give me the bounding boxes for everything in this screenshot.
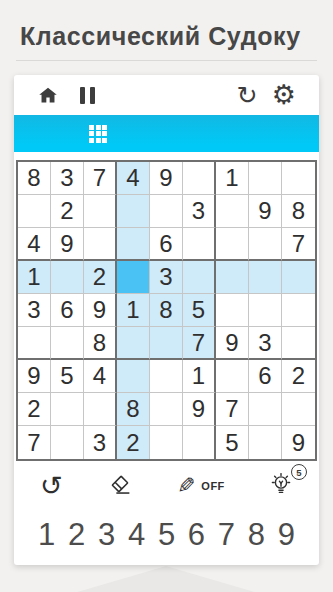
game-card: ↻ ⚙ 837491239849671233691858793954162289…	[14, 75, 319, 565]
pencil-icon: ✎	[177, 475, 195, 497]
cell-r3c8[interactable]	[249, 228, 282, 261]
cell-r7c9[interactable]: 2	[282, 360, 315, 393]
home-button[interactable]	[37, 85, 59, 106]
cell-r5c3[interactable]: 9	[84, 294, 117, 327]
pause-button[interactable]	[80, 87, 95, 104]
cell-r7c2[interactable]: 5	[51, 360, 84, 393]
cell-r3c4[interactable]	[117, 228, 150, 261]
numpad-5[interactable]: 5	[158, 519, 175, 550]
pencil-state-label: OFF	[201, 480, 225, 492]
cell-r1c6[interactable]	[183, 162, 216, 195]
cell-r3c6[interactable]	[183, 228, 216, 261]
board-accent-bar	[14, 115, 319, 152]
cell-r3c3[interactable]	[84, 228, 117, 261]
numpad-9[interactable]: 9	[278, 519, 295, 550]
cell-r8c2[interactable]	[51, 393, 84, 426]
cell-r4c4[interactable]	[117, 261, 150, 294]
cell-r3c1[interactable]: 4	[18, 228, 51, 261]
cell-r3c5[interactable]: 6	[150, 228, 183, 261]
page-title: Классический Судоку	[20, 22, 301, 51]
eraser-icon	[107, 472, 133, 501]
cell-r4c8[interactable]	[249, 261, 282, 294]
eraser-button[interactable]	[107, 472, 133, 501]
cell-r6c6[interactable]: 7	[183, 327, 216, 360]
cell-r8c3[interactable]	[84, 393, 117, 426]
numpad-8[interactable]: 8	[248, 519, 265, 550]
header-divider	[16, 60, 317, 61]
cell-r8c5[interactable]	[150, 393, 183, 426]
cell-r4c1[interactable]: 1	[18, 261, 51, 294]
cell-r4c6[interactable]	[183, 261, 216, 294]
cell-r7c7[interactable]	[216, 360, 249, 393]
pencil-notes-toggle[interactable]: ✎ OFF	[177, 475, 225, 497]
cell-r4c7[interactable]	[216, 261, 249, 294]
cell-r1c3[interactable]: 7	[84, 162, 117, 195]
cell-r6c8[interactable]: 3	[249, 327, 282, 360]
cell-r7c1[interactable]: 9	[18, 360, 51, 393]
cell-r9c1[interactable]: 7	[18, 426, 51, 459]
cell-r4c9[interactable]	[282, 261, 315, 294]
cell-r9c3[interactable]: 3	[84, 426, 117, 459]
cell-r9c4[interactable]: 2	[117, 426, 150, 459]
cell-r2c3[interactable]	[84, 195, 117, 228]
numpad: 123456789	[14, 511, 319, 557]
settings-button[interactable]: ⚙	[258, 82, 296, 109]
background-diamond-watermark	[16, 566, 316, 592]
cell-r2c2[interactable]: 2	[51, 195, 84, 228]
cell-r7c4[interactable]	[117, 360, 150, 393]
cell-r7c3[interactable]: 4	[84, 360, 117, 393]
cell-r5c9[interactable]	[282, 294, 315, 327]
cell-r1c7[interactable]: 1	[216, 162, 249, 195]
undo-arrow-icon: ↺	[40, 473, 63, 500]
cell-r6c1[interactable]	[18, 327, 51, 360]
cell-r4c2[interactable]	[51, 261, 84, 294]
cell-r6c9[interactable]	[282, 327, 315, 360]
cell-r8c4[interactable]: 8	[117, 393, 150, 426]
cell-r2c7[interactable]	[216, 195, 249, 228]
pause-icon	[80, 87, 95, 104]
cell-r6c7[interactable]: 9	[216, 327, 249, 360]
cell-r8c1[interactable]: 2	[18, 393, 51, 426]
numpad-2[interactable]: 2	[68, 519, 85, 550]
cell-r9c8[interactable]	[249, 426, 282, 459]
cell-r8c6[interactable]: 9	[183, 393, 216, 426]
grid-wrapper: 8374912398496712336918587939541622897732…	[14, 152, 319, 461]
controls-row: ↺ ✎ OFF	[14, 463, 319, 509]
cell-r1c2[interactable]: 3	[51, 162, 84, 195]
app-screen: Классический Судоку ↻ ⚙	[0, 0, 333, 592]
cell-r7c8[interactable]: 6	[249, 360, 282, 393]
cell-r7c5[interactable]	[150, 360, 183, 393]
cell-r2c1[interactable]	[18, 195, 51, 228]
cell-r5c2[interactable]: 6	[51, 294, 84, 327]
cell-r9c9[interactable]: 9	[282, 426, 315, 459]
hint-button[interactable]: 5	[269, 471, 293, 501]
lightbulb-icon	[269, 471, 293, 501]
cell-r1c5[interactable]: 9	[150, 162, 183, 195]
home-icon	[37, 85, 59, 106]
cell-r1c4[interactable]: 4	[117, 162, 150, 195]
cell-r1c8[interactable]	[249, 162, 282, 195]
grid-icon	[89, 125, 94, 130]
numpad-4[interactable]: 4	[128, 519, 145, 550]
cell-r6c3[interactable]: 8	[84, 327, 117, 360]
cell-r5c1[interactable]: 3	[18, 294, 51, 327]
top-toolbar: ↻ ⚙	[14, 75, 319, 115]
cell-r3c7[interactable]	[216, 228, 249, 261]
cell-r7c6[interactable]: 1	[183, 360, 216, 393]
cell-r5c6[interactable]: 5	[183, 294, 216, 327]
numpad-3[interactable]: 3	[98, 519, 115, 550]
hint-count-badge: 5	[291, 464, 307, 480]
cell-r2c4[interactable]	[117, 195, 150, 228]
numpad-1[interactable]: 1	[38, 519, 55, 550]
cell-r3c2[interactable]: 9	[51, 228, 84, 261]
cell-r2c6[interactable]: 3	[183, 195, 216, 228]
cell-r8c8[interactable]	[249, 393, 282, 426]
sudoku-grid: 8374912398496712336918587939541622897732…	[16, 160, 317, 461]
cell-r1c9[interactable]	[282, 162, 315, 195]
cell-r5c7[interactable]	[216, 294, 249, 327]
cell-r4c3[interactable]: 2	[84, 261, 117, 294]
cell-r9c5[interactable]	[150, 426, 183, 459]
cell-r2c9[interactable]: 8	[282, 195, 315, 228]
cell-r9c7[interactable]: 5	[216, 426, 249, 459]
undo-button[interactable]: ↺	[40, 473, 63, 500]
cell-r2c5[interactable]	[150, 195, 183, 228]
cell-r5c5[interactable]: 8	[150, 294, 183, 327]
refresh-icon: ↻	[237, 83, 258, 108]
cell-r6c4[interactable]	[117, 327, 150, 360]
cell-r8c9[interactable]	[282, 393, 315, 426]
grid-view-button[interactable]	[89, 125, 107, 143]
cell-r8c7[interactable]: 7	[216, 393, 249, 426]
cell-r5c4[interactable]: 1	[117, 294, 150, 327]
numpad-6[interactable]: 6	[188, 519, 205, 550]
settings-gear-icon: ⚙	[272, 82, 296, 109]
cell-r9c2[interactable]	[51, 426, 84, 459]
numpad-7[interactable]: 7	[218, 519, 235, 550]
cell-r6c2[interactable]	[51, 327, 84, 360]
cell-r9c6[interactable]	[183, 426, 216, 459]
restart-button[interactable]: ↻	[237, 83, 258, 108]
cell-r6c5[interactable]	[150, 327, 183, 360]
cell-r4c5[interactable]: 3	[150, 261, 183, 294]
cell-r2c8[interactable]: 9	[249, 195, 282, 228]
cell-r1c1[interactable]: 8	[18, 162, 51, 195]
cell-r5c8[interactable]	[249, 294, 282, 327]
cell-r3c9[interactable]: 7	[282, 228, 315, 261]
